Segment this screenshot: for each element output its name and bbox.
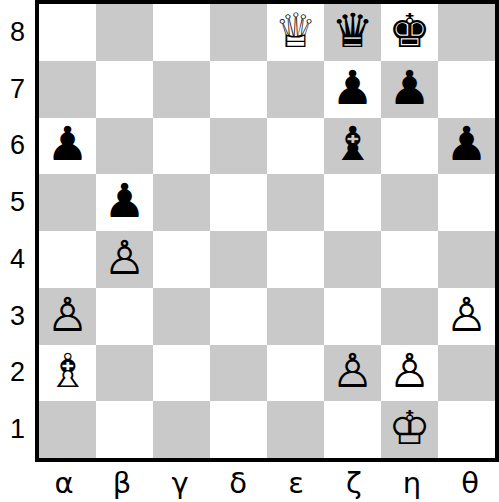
square-b8[interactable] bbox=[96, 4, 153, 61]
black-queen: ♛ bbox=[331, 7, 373, 54]
square-g1[interactable]: ♔ bbox=[381, 401, 438, 458]
white-pawn: ♙ bbox=[388, 347, 430, 394]
square-e5[interactable] bbox=[267, 174, 324, 231]
square-e1[interactable] bbox=[267, 401, 324, 458]
square-e7[interactable] bbox=[267, 61, 324, 118]
corner-spacer bbox=[0, 462, 35, 502]
square-f3[interactable] bbox=[324, 288, 381, 345]
square-e8[interactable]: ♕ bbox=[267, 4, 324, 61]
file-labels: αβγδεζηθ bbox=[35, 462, 499, 502]
square-b7[interactable] bbox=[96, 61, 153, 118]
chess-board: ♕♛♚♟♟♟♝♟♟♙♙♙♗♙♙♔ bbox=[35, 0, 499, 462]
square-f8[interactable]: ♛ bbox=[324, 4, 381, 61]
square-b1[interactable] bbox=[96, 401, 153, 458]
square-h1[interactable] bbox=[438, 401, 495, 458]
square-d1[interactable] bbox=[210, 401, 267, 458]
file-label-f: ζ bbox=[325, 464, 383, 500]
square-d8[interactable] bbox=[210, 4, 267, 61]
square-h7[interactable] bbox=[438, 61, 495, 118]
square-c5[interactable] bbox=[153, 174, 210, 231]
square-a5[interactable] bbox=[39, 174, 96, 231]
square-d4[interactable] bbox=[210, 231, 267, 288]
black-pawn: ♟ bbox=[46, 120, 88, 167]
square-d2[interactable] bbox=[210, 345, 267, 402]
rank-label-6: 6 bbox=[0, 118, 35, 175]
square-e6[interactable] bbox=[267, 118, 324, 175]
square-a7[interactable] bbox=[39, 61, 96, 118]
square-h2[interactable] bbox=[438, 345, 495, 402]
square-c6[interactable] bbox=[153, 118, 210, 175]
chess-diagram: 87654321 ♕♛♚♟♟♟♝♟♟♙♙♙♗♙♙♔ αβγδεζηθ bbox=[0, 0, 499, 502]
rank-label-1: 1 bbox=[0, 401, 35, 458]
rank-label-3: 3 bbox=[0, 288, 35, 345]
black-pawn: ♟ bbox=[445, 120, 487, 167]
file-label-a: α bbox=[35, 464, 93, 500]
file-label-c: γ bbox=[151, 464, 209, 500]
square-d7[interactable] bbox=[210, 61, 267, 118]
square-g4[interactable] bbox=[381, 231, 438, 288]
file-label-e: ε bbox=[267, 464, 325, 500]
square-a6[interactable]: ♟ bbox=[39, 118, 96, 175]
square-h3[interactable]: ♙ bbox=[438, 288, 495, 345]
square-f7[interactable]: ♟ bbox=[324, 61, 381, 118]
square-c8[interactable] bbox=[153, 4, 210, 61]
square-h4[interactable] bbox=[438, 231, 495, 288]
square-g6[interactable] bbox=[381, 118, 438, 175]
square-a2[interactable]: ♗ bbox=[39, 345, 96, 402]
square-a1[interactable] bbox=[39, 401, 96, 458]
black-bishop: ♝ bbox=[331, 120, 373, 167]
black-pawn: ♟ bbox=[103, 177, 145, 224]
square-f5[interactable] bbox=[324, 174, 381, 231]
square-c2[interactable] bbox=[153, 345, 210, 402]
square-c4[interactable] bbox=[153, 231, 210, 288]
white-pawn: ♙ bbox=[46, 291, 88, 338]
square-c7[interactable] bbox=[153, 61, 210, 118]
white-queen: ♕ bbox=[274, 7, 316, 54]
square-e3[interactable] bbox=[267, 288, 324, 345]
rank-label-8: 8 bbox=[0, 4, 35, 61]
square-b4[interactable]: ♙ bbox=[96, 231, 153, 288]
square-g8[interactable]: ♚ bbox=[381, 4, 438, 61]
rank-label-5: 5 bbox=[0, 174, 35, 231]
square-g3[interactable] bbox=[381, 288, 438, 345]
square-f1[interactable] bbox=[324, 401, 381, 458]
file-label-b: β bbox=[93, 464, 151, 500]
rank-labels: 87654321 bbox=[0, 0, 35, 462]
square-a4[interactable] bbox=[39, 231, 96, 288]
square-d5[interactable] bbox=[210, 174, 267, 231]
rank-label-4: 4 bbox=[0, 231, 35, 288]
square-g5[interactable] bbox=[381, 174, 438, 231]
black-king: ♚ bbox=[388, 7, 430, 54]
square-f4[interactable] bbox=[324, 231, 381, 288]
square-c3[interactable] bbox=[153, 288, 210, 345]
square-b3[interactable] bbox=[96, 288, 153, 345]
square-g2[interactable]: ♙ bbox=[381, 345, 438, 402]
file-label-d: δ bbox=[209, 464, 267, 500]
square-h5[interactable] bbox=[438, 174, 495, 231]
rank-label-7: 7 bbox=[0, 61, 35, 118]
square-b6[interactable] bbox=[96, 118, 153, 175]
white-king: ♔ bbox=[388, 404, 430, 451]
square-e4[interactable] bbox=[267, 231, 324, 288]
square-a3[interactable]: ♙ bbox=[39, 288, 96, 345]
square-d3[interactable] bbox=[210, 288, 267, 345]
square-b2[interactable] bbox=[96, 345, 153, 402]
square-g7[interactable]: ♟ bbox=[381, 61, 438, 118]
black-pawn: ♟ bbox=[388, 64, 430, 111]
square-c1[interactable] bbox=[153, 401, 210, 458]
square-h6[interactable]: ♟ bbox=[438, 118, 495, 175]
rank-label-2: 2 bbox=[0, 345, 35, 402]
white-pawn: ♙ bbox=[103, 234, 145, 281]
black-pawn: ♟ bbox=[331, 64, 373, 111]
square-d6[interactable] bbox=[210, 118, 267, 175]
file-label-h: θ bbox=[441, 464, 499, 500]
white-bishop: ♗ bbox=[46, 347, 88, 394]
square-b5[interactable]: ♟ bbox=[96, 174, 153, 231]
square-h8[interactable] bbox=[438, 4, 495, 61]
square-e2[interactable] bbox=[267, 345, 324, 402]
square-f6[interactable]: ♝ bbox=[324, 118, 381, 175]
white-pawn: ♙ bbox=[445, 291, 487, 338]
square-f2[interactable]: ♙ bbox=[324, 345, 381, 402]
white-pawn: ♙ bbox=[331, 347, 373, 394]
file-label-g: η bbox=[383, 464, 441, 500]
square-a8[interactable] bbox=[39, 4, 96, 61]
